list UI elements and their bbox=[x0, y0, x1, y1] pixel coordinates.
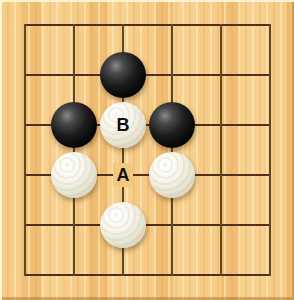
grid-line-vertical bbox=[73, 24, 75, 276]
grid-line-horizontal bbox=[24, 274, 271, 276]
grid-line-horizontal bbox=[24, 74, 271, 76]
grid-line-vertical bbox=[220, 24, 222, 276]
grid-line-vertical bbox=[269, 24, 271, 276]
grid-line-horizontal bbox=[24, 24, 271, 26]
white-stone bbox=[51, 152, 97, 198]
grid-line-vertical bbox=[171, 24, 173, 276]
go-board: BA bbox=[0, 0, 294, 300]
white-stone bbox=[100, 202, 146, 248]
black-stone bbox=[51, 102, 97, 148]
grid-line-horizontal bbox=[24, 224, 271, 226]
point-label-B[interactable]: B bbox=[115, 115, 131, 135]
grid-line-vertical bbox=[24, 24, 26, 276]
black-stone bbox=[100, 52, 146, 98]
black-stone bbox=[149, 102, 195, 148]
point-label-A[interactable]: A bbox=[115, 165, 131, 185]
white-stone bbox=[149, 152, 195, 198]
